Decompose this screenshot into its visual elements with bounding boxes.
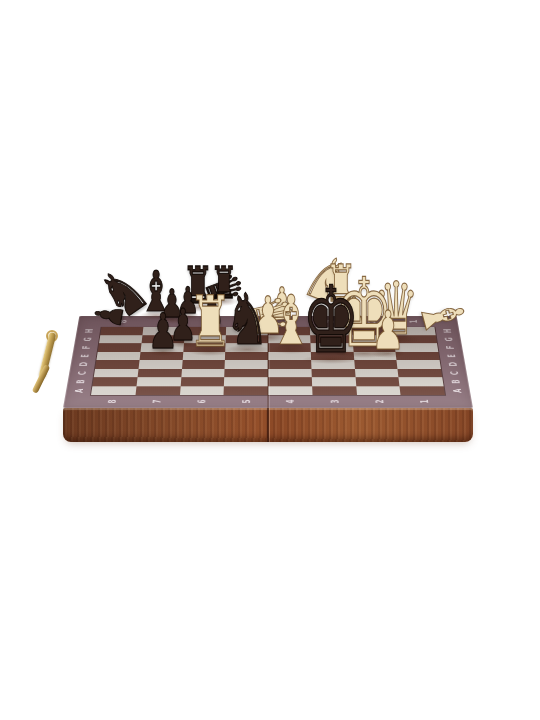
square-g8 <box>99 335 142 343</box>
white-king: ♚ <box>331 265 397 360</box>
square-e7 <box>139 352 183 360</box>
white-queen: ♛ <box>371 272 422 345</box>
near-edge-number: 5 <box>239 400 252 404</box>
far-edge-number: 4 <box>283 320 295 323</box>
square-d4 <box>268 360 311 369</box>
right-edge-letter: B <box>449 380 462 384</box>
far-edge-number: 2 <box>365 320 377 323</box>
piece-shadow <box>148 347 178 356</box>
square-d7 <box>138 360 182 369</box>
square-b8 <box>92 377 137 386</box>
square-f8 <box>98 343 142 351</box>
square-g1 <box>394 335 437 343</box>
far-edge-number: 7 <box>158 320 170 323</box>
near-edge-number: 2 <box>373 400 386 404</box>
square-f2 <box>352 343 395 351</box>
white-bishop: ♝ <box>267 286 315 354</box>
right-edge-letter: H <box>441 329 454 333</box>
square-f6 <box>183 343 226 351</box>
piece-shadow <box>371 349 404 358</box>
square-e4 <box>268 352 311 360</box>
square-h6 <box>184 327 226 335</box>
square-c4 <box>268 369 312 378</box>
left-edge-letter: E <box>78 354 91 357</box>
square-a5 <box>224 386 268 395</box>
pieces-layer: ♞♟♝♟♟♜♜♛♟♟♟♞♚♜♛♟♟♝♞♜♚♟♟♛♝ <box>0 0 540 720</box>
right-edge-letter: D <box>446 362 459 366</box>
square-f1 <box>395 343 439 351</box>
square-b1 <box>399 377 444 386</box>
white-pawn: ♟ <box>340 291 369 332</box>
square-b5 <box>224 377 268 386</box>
dark-queen: ♛ <box>196 266 251 312</box>
surface-shading <box>63 316 473 408</box>
square-b3 <box>312 377 356 386</box>
dark-pawn: ♟ <box>175 282 201 319</box>
white-pawn: ♟ <box>268 281 297 322</box>
far-edge-number: 1 <box>407 320 419 323</box>
left-edge-letter: B <box>74 380 87 384</box>
right-edge-letter: C <box>448 371 461 375</box>
piece-shadow <box>225 345 269 354</box>
dark-pawn: ♟ <box>146 307 180 356</box>
near-edge-number: 4 <box>284 400 297 404</box>
square-f7 <box>140 343 183 351</box>
square-f5 <box>225 343 268 351</box>
square-g7 <box>141 335 184 343</box>
square-h3 <box>310 327 352 335</box>
dark-knight: ♞ <box>87 254 160 331</box>
chess-board: 8877665544332211AABBCCDDEEFFGGHH <box>63 208 473 408</box>
piece-shadow <box>341 325 367 334</box>
piece-shadow <box>200 321 224 330</box>
piece-shadow <box>160 315 184 324</box>
far-edge-number: 3 <box>324 320 336 323</box>
dark-bishop: ♝ <box>136 264 175 320</box>
square-c8 <box>94 369 139 378</box>
white-pawn: ♟ <box>369 304 406 358</box>
square-d2 <box>354 360 398 369</box>
piece-shadow <box>325 301 357 310</box>
left-edge-letter: C <box>75 371 88 375</box>
square-e1 <box>396 352 440 360</box>
square-g2 <box>352 335 395 343</box>
square-b7 <box>136 377 181 386</box>
board-front-edge <box>63 408 473 442</box>
square-a1 <box>400 386 445 395</box>
square-a7 <box>135 386 180 395</box>
square-a6 <box>179 386 224 395</box>
square-e5 <box>225 352 268 360</box>
square-d6 <box>182 360 226 369</box>
dark-pawn: ♟ <box>89 299 129 330</box>
white-rook: ♜ <box>323 258 359 309</box>
square-e3 <box>311 352 354 360</box>
square-a3 <box>312 386 357 395</box>
right-edge-letter: E <box>445 354 458 357</box>
square-c7 <box>137 369 181 378</box>
square-b6 <box>180 377 224 386</box>
square-g4 <box>268 335 310 343</box>
far-edge-number: 6 <box>200 320 212 323</box>
square-g5 <box>226 335 268 343</box>
square-b2 <box>355 377 400 386</box>
right-edge-letter: F <box>444 346 457 349</box>
square-g3 <box>310 335 353 343</box>
near-edge-number: 3 <box>328 400 341 404</box>
piece-shadow <box>252 333 284 342</box>
left-edge-letter: A <box>72 389 85 393</box>
piece-shadow <box>270 345 313 354</box>
front-fold-seam <box>267 408 269 442</box>
left-edge-letter: F <box>80 346 93 349</box>
piece-shadow <box>302 355 360 364</box>
square-g6 <box>184 335 227 343</box>
square-a8 <box>91 386 136 395</box>
dark-rook: ♜ <box>180 260 216 311</box>
dark-pawn: ♟ <box>198 290 225 329</box>
square-d1 <box>397 360 441 369</box>
square-h4 <box>268 327 310 335</box>
square-a2 <box>356 386 401 395</box>
square-c5 <box>224 369 268 378</box>
square-d3 <box>311 360 355 369</box>
piece-shadow <box>269 315 295 324</box>
piece-shadow <box>139 311 174 320</box>
dark-knight: ♞ <box>222 284 271 355</box>
square-b4 <box>268 377 312 386</box>
dark-king: ♚ <box>299 274 364 367</box>
left-edge-letter: D <box>77 362 90 366</box>
left-edge-letter: G <box>81 337 94 341</box>
square-h7 <box>142 327 185 335</box>
piece-shadow <box>188 347 232 356</box>
brass-clasp-icon <box>36 330 66 402</box>
near-edge-number: 1 <box>417 400 430 404</box>
front-edge-shading <box>63 408 268 442</box>
near-edge-number: 7 <box>150 400 163 404</box>
right-edge-letter: G <box>442 337 455 341</box>
square-h2 <box>351 327 394 335</box>
square-f3 <box>310 343 353 351</box>
square-f4 <box>268 343 311 351</box>
dark-rook: ♜ <box>209 261 240 305</box>
square-c1 <box>398 369 443 378</box>
square-d8 <box>95 360 139 369</box>
square-c3 <box>311 369 355 378</box>
square-e2 <box>353 352 397 360</box>
square-d5 <box>225 360 268 369</box>
white-bishop: ♝ <box>411 290 475 342</box>
far-edge-number: 8 <box>117 320 129 323</box>
square-a4 <box>268 386 312 395</box>
fold-seam <box>267 316 269 408</box>
product-photo: 8877665544332211AABBCCDDEEFFGGHH ♞♟♝♟♟♜♜… <box>0 0 540 720</box>
square-e6 <box>182 352 225 360</box>
near-edge-number: 8 <box>106 400 119 404</box>
dark-pawn: ♟ <box>168 303 199 347</box>
far-edge-number: 5 <box>241 320 253 323</box>
square-c2 <box>354 369 398 378</box>
board-top-surface: 8877665544332211AABBCCDDEEFFGGHH <box>63 316 473 408</box>
piece-shadow <box>177 311 200 320</box>
piece-shadow <box>182 303 214 312</box>
square-e8 <box>96 352 140 360</box>
white-rook: ♜ <box>185 286 234 357</box>
white-pawn: ♟ <box>250 290 286 341</box>
white-knight: ♞ <box>295 243 357 315</box>
board-grid <box>91 327 445 395</box>
left-edge-letter: H <box>82 329 95 333</box>
square-h5 <box>226 327 268 335</box>
piece-shadow <box>334 349 393 358</box>
square-c6 <box>181 369 225 378</box>
square-h8 <box>100 327 143 335</box>
dark-pawn: ♟ <box>158 284 185 323</box>
piece-shadow <box>373 335 419 344</box>
right-edge-letter: A <box>450 389 463 393</box>
piece-shadow <box>210 297 237 306</box>
square-h1 <box>393 327 436 335</box>
piece-shadow <box>169 339 196 348</box>
white-queen: ♛ <box>234 287 303 341</box>
near-edge-number: 6 <box>195 400 208 404</box>
